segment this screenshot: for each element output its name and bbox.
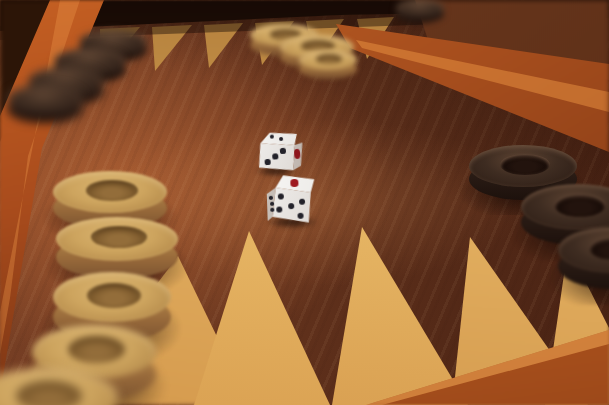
die-pip bbox=[270, 202, 274, 206]
checker-dip bbox=[86, 180, 138, 201]
die-pip bbox=[265, 159, 271, 165]
checker-dip bbox=[87, 283, 141, 308]
die-pip bbox=[294, 149, 301, 159]
board-photo bbox=[0, 0, 609, 405]
checker-face bbox=[7, 85, 83, 113]
die-pip bbox=[270, 208, 274, 212]
checker-dip bbox=[554, 194, 606, 217]
light-checker[interactable] bbox=[0, 368, 118, 405]
light-checker[interactable] bbox=[299, 50, 357, 79]
checker-dip bbox=[500, 154, 550, 175]
light-checker[interactable] bbox=[56, 217, 178, 279]
checker-dip bbox=[16, 381, 82, 405]
die-pip bbox=[280, 148, 286, 154]
dark-checker[interactable] bbox=[396, 0, 444, 23]
die-pip bbox=[269, 196, 273, 200]
die-pip bbox=[273, 154, 279, 160]
dark-checker[interactable] bbox=[7, 85, 83, 123]
die-pip bbox=[290, 179, 299, 186]
die-far[interactable] bbox=[257, 129, 307, 174]
dark-checker[interactable] bbox=[558, 227, 609, 289]
die-near[interactable] bbox=[266, 174, 324, 226]
